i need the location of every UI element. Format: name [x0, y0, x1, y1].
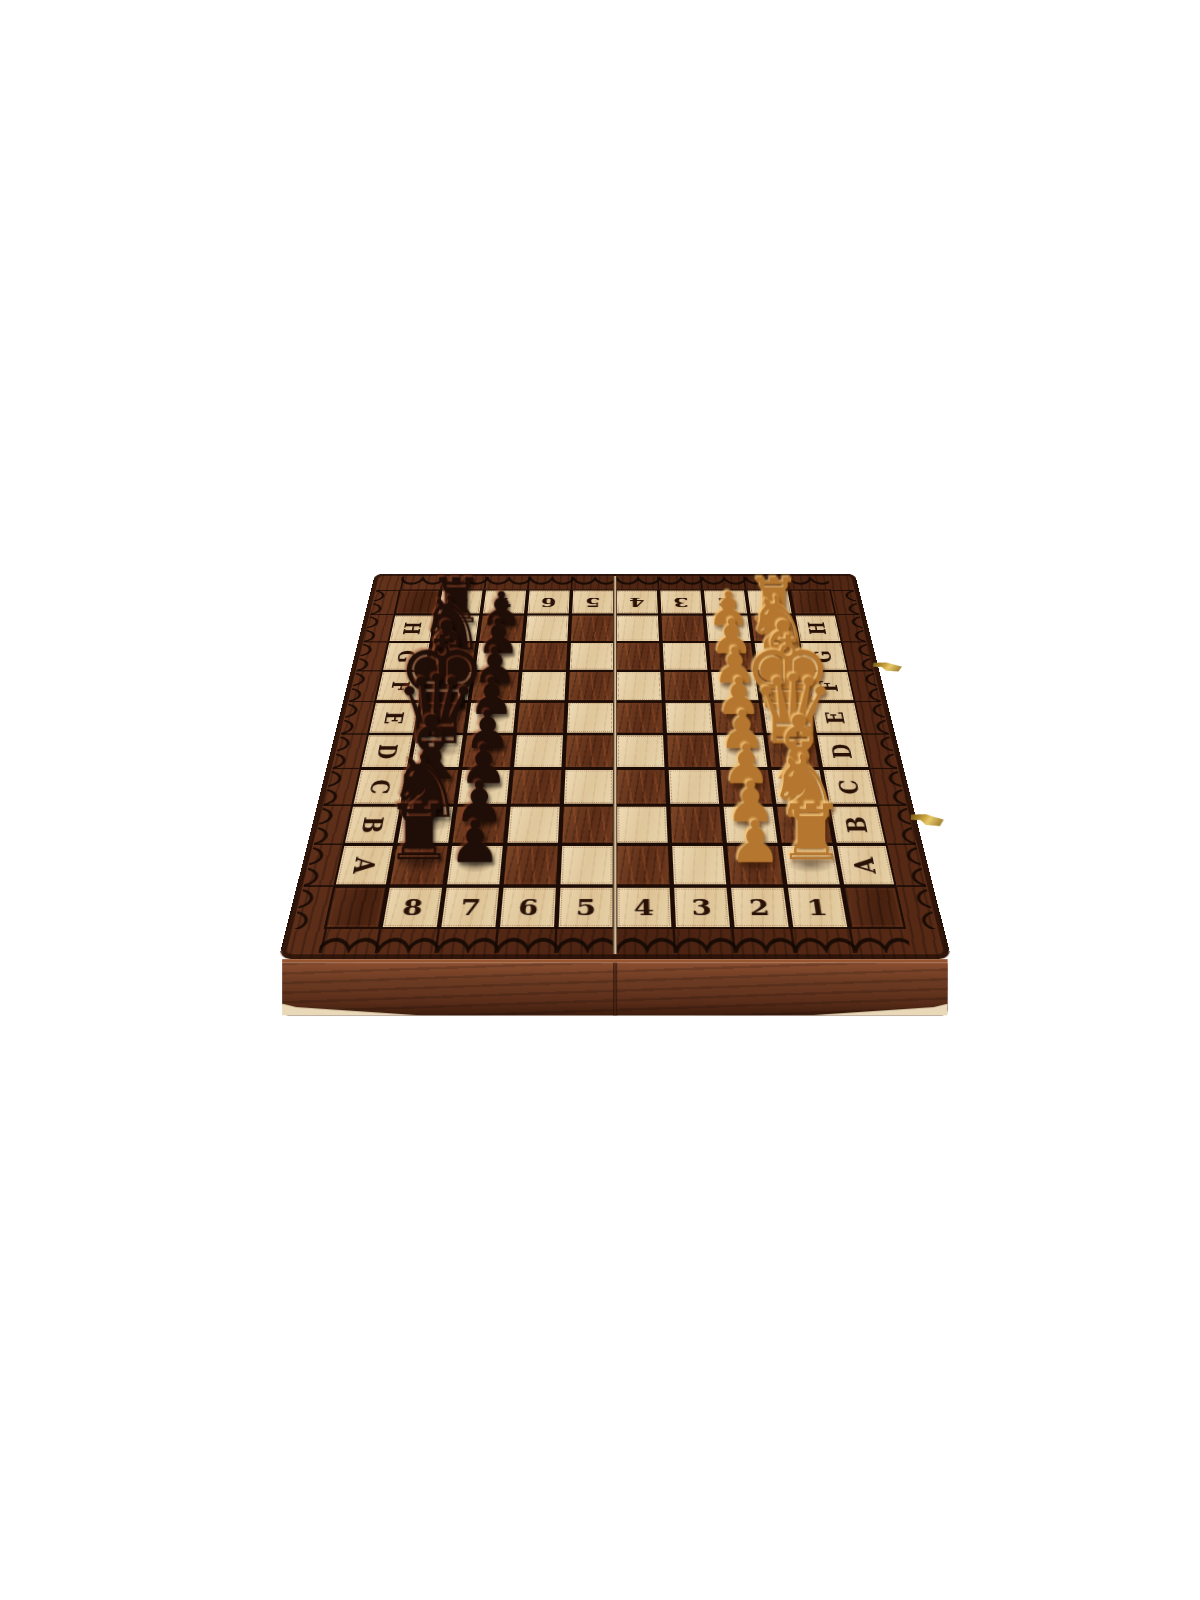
black-rook-glyph: ♜ — [385, 797, 453, 869]
box-side-seam — [613, 963, 617, 1016]
front-rank-label: 2 — [748, 896, 771, 918]
square-f3 — [661, 642, 709, 671]
square-undefined3 — [670, 844, 729, 886]
front-rank-label-cell: 1 — [785, 886, 849, 929]
square-c3 — [665, 734, 718, 768]
corner-notch-left — [282, 1002, 424, 1015]
front-rank-label-cell: 7 — [439, 886, 502, 929]
front-rank-label-cell: 3 — [672, 886, 733, 929]
square-g4 — [615, 614, 661, 641]
square-a4 — [615, 805, 670, 844]
product-photo-scene: 87654321HHGGFFEEDDCCBBAA87654321 ♜♞♝♛♚♝♞… — [335, 454, 895, 1014]
square-g5 — [569, 614, 615, 641]
square-b3 — [667, 768, 722, 805]
square-b5 — [562, 768, 615, 805]
chess-board: 87654321HHGGFFEEDDCCBBAA87654321 ♜♞♝♛♚♝♞… — [279, 574, 952, 960]
square-e4 — [615, 671, 664, 702]
fold-seam — [613, 576, 618, 954]
front-rank-label-cell: 2 — [729, 886, 792, 929]
brass-clasp-lower — [911, 812, 944, 827]
back-rank-label-cell: 3 — [659, 590, 705, 615]
corner-notch-right — [806, 1002, 948, 1015]
back-rank-label-cell: 5 — [570, 590, 615, 615]
square-e3 — [662, 671, 712, 702]
square-b6 — [509, 768, 564, 805]
back-rank-label: 7 — [496, 595, 513, 608]
square-e5 — [566, 671, 615, 702]
right-file-label: B — [842, 816, 872, 833]
square-undefined6 — [501, 844, 560, 886]
front-rank-label: 5 — [576, 896, 597, 918]
square-f6 — [521, 642, 569, 671]
back-rank-label: 4 — [629, 595, 645, 608]
front-rank-label-cell: 5 — [556, 886, 615, 929]
frame-corner — [324, 886, 388, 929]
back-rank-label: 1 — [761, 595, 778, 608]
front-rank-label: 3 — [691, 896, 713, 918]
square-c4 — [615, 734, 667, 768]
front-rank-label: 7 — [459, 896, 482, 918]
front-rank-label-cell: 8 — [380, 886, 444, 929]
square-a6 — [505, 805, 562, 844]
box-front-side — [282, 959, 948, 1015]
left-file-label: A — [349, 857, 380, 873]
square-f5 — [568, 642, 615, 671]
square-d5 — [565, 702, 615, 734]
square-c5 — [563, 734, 615, 768]
square-a3 — [668, 805, 725, 844]
square-undefined4 — [615, 844, 672, 886]
right-file-label: H — [805, 622, 830, 635]
black-pawn-glyph: ♟ — [449, 814, 501, 869]
square-d3 — [664, 702, 715, 734]
back-rank-label: 8 — [452, 595, 469, 608]
front-rank-label: 4 — [634, 896, 655, 918]
square-undefined5 — [558, 844, 615, 886]
right-file-label: A — [850, 857, 881, 873]
front-rank-label: 6 — [517, 896, 539, 918]
square-g3 — [660, 614, 707, 641]
white-rook-glyph: ♜ — [777, 797, 845, 869]
left-file-label: H — [400, 622, 425, 635]
square-c6 — [512, 734, 565, 768]
frame-corner — [842, 886, 906, 929]
square-d6 — [515, 702, 566, 734]
front-rank-label: 1 — [805, 896, 829, 918]
back-rank-label: 3 — [673, 595, 689, 608]
square-a5 — [560, 805, 615, 844]
square-b4 — [615, 768, 668, 805]
square-g6 — [523, 614, 570, 641]
square-f4 — [615, 642, 662, 671]
white-pawn-glyph: ♟ — [729, 814, 781, 869]
front-rank-label: 8 — [401, 896, 425, 918]
square-d4 — [615, 702, 665, 734]
back-rank-label: 5 — [585, 595, 601, 608]
left-file-label: B — [358, 816, 388, 833]
brass-clasp-upper — [873, 661, 902, 672]
square-e6 — [518, 671, 568, 702]
front-rank-label-cell: 4 — [615, 886, 674, 929]
front-rank-label-cell: 6 — [498, 886, 559, 929]
back-rank-label: 2 — [717, 595, 734, 608]
back-rank-label-cell: 6 — [526, 590, 572, 615]
back-rank-label-cell: 4 — [615, 590, 660, 615]
back-rank-label: 6 — [541, 595, 557, 608]
